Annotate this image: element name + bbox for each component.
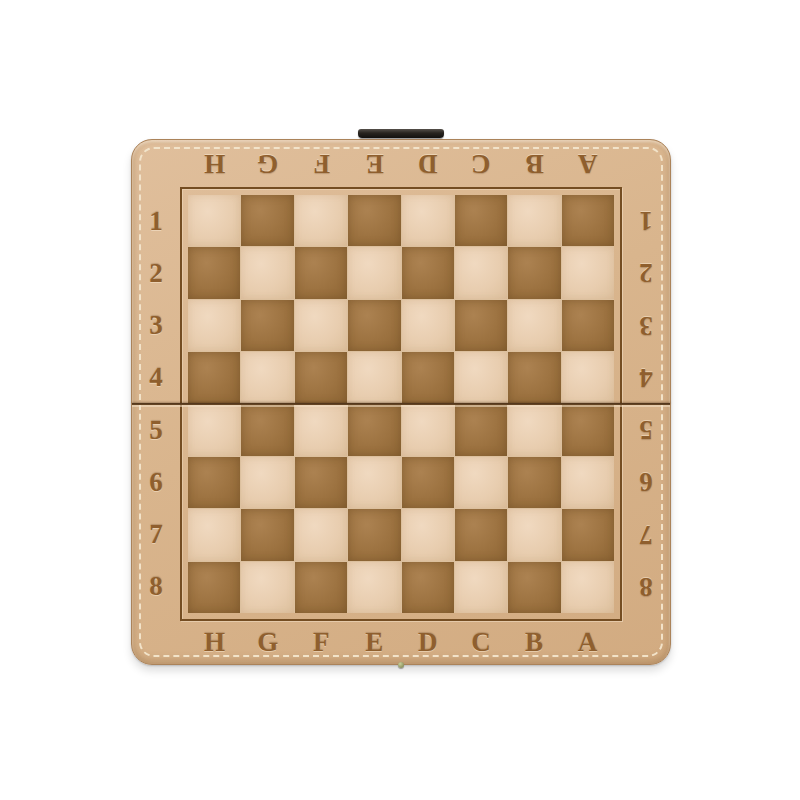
coordinate-label: 5 [132,404,180,456]
square-d5 [402,405,454,456]
coordinate-label: 2 [132,247,180,299]
square-b2 [508,247,560,298]
coordinate-label: F [295,621,348,664]
square-c5 [455,405,507,456]
coordinate-label: 4 [622,352,670,404]
square-a7 [562,509,614,560]
square-f5 [295,405,347,456]
coordinate-label: 2 [622,247,670,299]
coordinate-label: B [508,140,561,187]
square-d4 [402,352,454,403]
coordinate-label: 5 [622,404,670,456]
coordinate-label: A [561,140,614,187]
square-c7 [455,509,507,560]
square-b3 [508,300,560,351]
coordinate-label: G [241,140,294,187]
square-d1 [402,195,454,246]
square-e1 [348,195,400,246]
square-f3 [295,300,347,351]
square-e7 [348,509,400,560]
square-b7 [508,509,560,560]
square-b5 [508,405,560,456]
square-c2 [455,247,507,298]
coordinate-label: 3 [622,300,670,352]
chess-board: HGFEDCBA HGFEDCBA 12345678 12345678 [131,139,671,665]
square-e4 [348,352,400,403]
square-g7 [241,509,293,560]
coordinate-label: 7 [622,509,670,561]
coordinate-label: F [295,140,348,187]
square-h6 [188,457,240,508]
coordinate-label: E [348,140,401,187]
square-d8 [402,562,454,613]
coordinate-label: 6 [132,456,180,508]
fold-seam [132,403,670,405]
square-h2 [188,247,240,298]
coordinate-label: 3 [132,300,180,352]
square-c6 [455,457,507,508]
coordinate-label: H [188,140,241,187]
square-e5 [348,405,400,456]
coordinate-label: 4 [132,352,180,404]
square-c1 [455,195,507,246]
square-f8 [295,562,347,613]
coordinate-label: E [348,621,401,664]
square-h8 [188,562,240,613]
square-b1 [508,195,560,246]
square-h1 [188,195,240,246]
coordinate-label: D [401,140,454,187]
square-g1 [241,195,293,246]
file-labels-bottom: HGFEDCBA [188,621,614,664]
square-e6 [348,457,400,508]
coordinate-label: 8 [132,561,180,613]
square-b6 [508,457,560,508]
coordinate-label: 8 [622,561,670,613]
square-c8 [455,562,507,613]
coordinate-label: 1 [132,195,180,247]
square-g6 [241,457,293,508]
square-d2 [402,247,454,298]
square-d7 [402,509,454,560]
square-h3 [188,300,240,351]
square-g8 [241,562,293,613]
coordinate-label: D [401,621,454,664]
square-a1 [562,195,614,246]
coordinate-label: 7 [132,509,180,561]
square-d3 [402,300,454,351]
square-g5 [241,405,293,456]
hinge-pin [398,662,404,668]
square-e2 [348,247,400,298]
product-photo: HGFEDCBA HGFEDCBA 12345678 12345678 [0,0,800,800]
square-f7 [295,509,347,560]
square-f6 [295,457,347,508]
square-f2 [295,247,347,298]
square-e3 [348,300,400,351]
square-a5 [562,405,614,456]
coordinate-label: G [241,621,294,664]
square-g4 [241,352,293,403]
coordinate-label: A [561,621,614,664]
square-a4 [562,352,614,403]
square-a3 [562,300,614,351]
square-d6 [402,457,454,508]
square-h4 [188,352,240,403]
square-b4 [508,352,560,403]
file-labels-top: HGFEDCBA [188,140,614,187]
square-e8 [348,562,400,613]
square-c4 [455,352,507,403]
coordinate-label: 1 [622,195,670,247]
square-g2 [241,247,293,298]
latch-clasp [358,129,444,138]
coordinate-label: H [188,621,241,664]
square-g3 [241,300,293,351]
coordinate-label: C [454,621,507,664]
square-f1 [295,195,347,246]
square-c3 [455,300,507,351]
square-h7 [188,509,240,560]
coordinate-label: B [508,621,561,664]
square-a6 [562,457,614,508]
coordinate-label: 6 [622,456,670,508]
square-a2 [562,247,614,298]
square-b8 [508,562,560,613]
square-a8 [562,562,614,613]
square-f4 [295,352,347,403]
square-h5 [188,405,240,456]
coordinate-label: C [454,140,507,187]
